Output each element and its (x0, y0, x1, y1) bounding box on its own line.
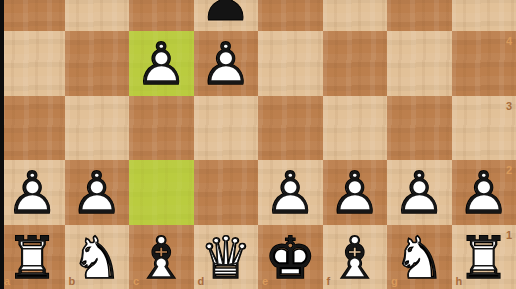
square-a4[interactable] (0, 31, 65, 96)
black-pawn[interactable]: ♟ (194, 0, 259, 31)
piece-glyph-outline: ♗ (329, 226, 381, 289)
square-g2[interactable]: ♟♙ (387, 160, 452, 225)
piece-glyph-outline: ♗ (135, 226, 187, 289)
square-e4[interactable] (258, 31, 323, 96)
square-d4[interactable]: ♟♙ (194, 31, 259, 96)
square-h5[interactable] (452, 0, 516, 31)
square-h3[interactable]: 3 (452, 96, 516, 161)
square-c2[interactable] (129, 160, 194, 225)
white-bishop[interactable]: ♝♗ (323, 225, 388, 289)
piece-glyph-outline: ♘ (71, 226, 123, 289)
white-pawn[interactable]: ♟♙ (194, 31, 259, 96)
square-h2[interactable]: 2♟♙ (452, 160, 516, 225)
white-rook[interactable]: ♜♖ (0, 225, 65, 289)
piece-glyph-outline: ♕ (200, 226, 252, 289)
square-b3[interactable] (65, 96, 130, 161)
square-f3[interactable] (323, 96, 388, 161)
square-d3[interactable] (194, 96, 259, 161)
square-f5[interactable] (323, 0, 388, 31)
square-g1[interactable]: g♞♘ (387, 225, 452, 289)
piece-glyph-outline: ♙ (135, 32, 187, 97)
piece-glyph-outline: ♙ (393, 161, 445, 226)
white-queen[interactable]: ♛♕ (194, 225, 259, 289)
square-f4[interactable] (323, 31, 388, 96)
square-c3[interactable] (129, 96, 194, 161)
square-d1[interactable]: d♛♕ (194, 225, 259, 289)
square-a1[interactable]: a♜♖ (0, 225, 65, 289)
white-pawn[interactable]: ♟♙ (258, 160, 323, 225)
square-c4[interactable]: ♟♙ (129, 31, 194, 96)
square-e5[interactable] (258, 0, 323, 31)
square-h4[interactable]: 4 (452, 31, 516, 96)
white-knight[interactable]: ♞♘ (387, 225, 452, 289)
square-g4[interactable] (387, 31, 452, 96)
square-e2[interactable]: ♟♙ (258, 160, 323, 225)
piece-glyph-outline: ♙ (458, 161, 510, 226)
square-a2[interactable]: ♟♙ (0, 160, 65, 225)
white-king[interactable]: ♚♔ (258, 225, 323, 289)
rank-label-4: 4 (506, 36, 512, 47)
piece-glyph-outline: ♔ (264, 226, 316, 289)
square-b4[interactable] (65, 31, 130, 96)
square-h1[interactable]: 1h♜♖ (452, 225, 516, 289)
white-rook[interactable]: ♜♖ (452, 225, 516, 289)
chess-board-frame: ♟♟♙♟♙43♟♙♟♙♟♙♟♙♟♙2♟♙a♜♖b♞♘c♝♗d♛♕e♚♔f♝♗g♞… (0, 0, 516, 289)
piece-glyph-outline: ♙ (6, 161, 58, 226)
white-pawn[interactable]: ♟♙ (387, 160, 452, 225)
square-a5[interactable] (0, 0, 65, 31)
square-d5[interactable]: ♟ (194, 0, 259, 31)
rank-label-3: 3 (506, 101, 512, 112)
piece-glyph-outline: ♘ (393, 226, 445, 289)
square-a3[interactable] (0, 96, 65, 161)
white-bishop[interactable]: ♝♗ (129, 225, 194, 289)
square-g5[interactable] (387, 0, 452, 31)
square-f1[interactable]: f♝♗ (323, 225, 388, 289)
piece-glyph-outline: ♙ (329, 161, 381, 226)
square-g3[interactable] (387, 96, 452, 161)
square-f2[interactable]: ♟♙ (323, 160, 388, 225)
square-c1[interactable]: c♝♗ (129, 225, 194, 289)
piece-glyph-outline: ♖ (6, 226, 58, 289)
square-d2[interactable] (194, 160, 259, 225)
video-edge-strip (0, 0, 4, 289)
square-b5[interactable] (65, 0, 130, 31)
square-c5[interactable] (129, 0, 194, 31)
white-pawn[interactable]: ♟♙ (65, 160, 130, 225)
square-b1[interactable]: b♞♘ (65, 225, 130, 289)
square-b2[interactable]: ♟♙ (65, 160, 130, 225)
piece-glyph-outline: ♖ (458, 226, 510, 289)
white-pawn[interactable]: ♟♙ (323, 160, 388, 225)
white-knight[interactable]: ♞♘ (65, 225, 130, 289)
white-pawn[interactable]: ♟♙ (452, 160, 516, 225)
square-e3[interactable] (258, 96, 323, 161)
piece-glyph-outline: ♙ (264, 161, 316, 226)
piece-glyph-outline: ♙ (200, 32, 252, 97)
square-e1[interactable]: e♚♔ (258, 225, 323, 289)
chess-board: ♟♟♙♟♙43♟♙♟♙♟♙♟♙♟♙2♟♙a♜♖b♞♘c♝♗d♛♕e♚♔f♝♗g♞… (0, 0, 516, 289)
piece-glyph-outline: ♙ (71, 161, 123, 226)
white-pawn[interactable]: ♟♙ (0, 160, 65, 225)
white-pawn[interactable]: ♟♙ (129, 31, 194, 96)
piece-glyph-fill: ♟ (200, 0, 252, 32)
